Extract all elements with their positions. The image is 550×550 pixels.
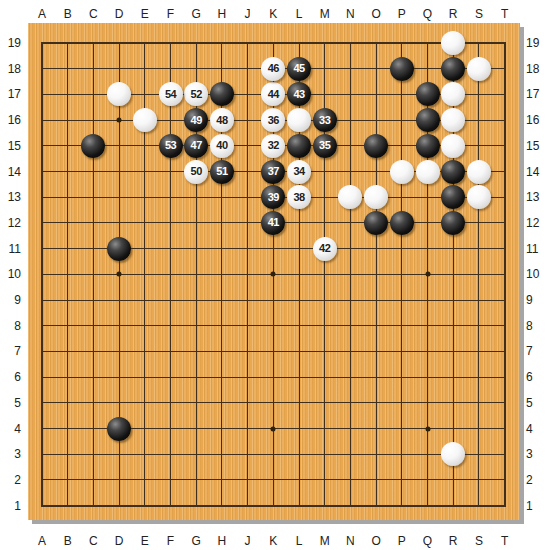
row-label-right-5: 5 <box>526 395 533 411</box>
move-number: 42 <box>319 243 330 254</box>
stone-black-C15[interactable] <box>81 134 105 158</box>
col-label-top-H: H <box>218 7 227 21</box>
move-number: 47 <box>191 140 202 151</box>
move-number: 44 <box>268 89 279 100</box>
row-label-left-1: 1 <box>0 498 21 514</box>
stone-white-H16[interactable]: 48 <box>210 108 234 132</box>
row-label-right-1: 1 <box>526 498 533 514</box>
stone-white-K15[interactable]: 32 <box>261 134 285 158</box>
move-number: 50 <box>191 166 202 177</box>
row-label-right-19: 19 <box>526 35 539 51</box>
stone-black-Q17[interactable] <box>416 82 440 106</box>
stone-black-R18[interactable] <box>441 57 465 81</box>
row-label-left-15: 15 <box>0 138 21 154</box>
star-point-D16 <box>117 118 122 123</box>
stone-white-K18[interactable]: 46 <box>261 57 285 81</box>
stone-white-Q14[interactable] <box>416 160 440 184</box>
row-label-right-14: 14 <box>526 164 539 180</box>
move-number: 38 <box>293 192 304 203</box>
col-label-bottom-C: C <box>89 534 98 548</box>
star-point-K10 <box>271 272 276 277</box>
col-label-bottom-T: T <box>501 534 508 548</box>
row-label-right-11: 11 <box>526 241 538 257</box>
col-label-top-K: K <box>269 7 277 21</box>
stone-white-R17[interactable] <box>441 82 465 106</box>
stone-white-S18[interactable] <box>467 57 491 81</box>
stone-black-P12[interactable] <box>390 211 414 235</box>
row-label-right-4: 4 <box>526 421 533 437</box>
stone-black-G16[interactable]: 49 <box>184 108 208 132</box>
row-label-left-7: 7 <box>0 343 21 359</box>
col-label-top-D: D <box>115 7 124 21</box>
move-number: 53 <box>165 140 176 151</box>
stone-black-D11[interactable] <box>107 237 131 261</box>
stone-black-R14[interactable] <box>441 160 465 184</box>
stone-white-N13[interactable] <box>338 185 362 209</box>
col-label-bottom-Q: Q <box>423 534 432 548</box>
go-diagram: 3233343536373839404142434445464748495051… <box>0 0 550 550</box>
stone-white-F17[interactable]: 54 <box>159 82 183 106</box>
move-number: 51 <box>216 166 227 177</box>
stone-black-K14[interactable]: 37 <box>261 160 285 184</box>
stone-white-D17[interactable] <box>107 82 131 106</box>
col-label-top-A: A <box>38 7 46 21</box>
move-number: 46 <box>268 63 279 74</box>
row-label-left-17: 17 <box>0 86 21 102</box>
move-number: 34 <box>293 166 304 177</box>
grid-line-horizontal <box>41 325 506 326</box>
stone-black-Q15[interactable] <box>416 134 440 158</box>
grid-line-vertical <box>401 42 402 507</box>
col-label-bottom-E: E <box>141 534 149 548</box>
stone-black-K12[interactable]: 41 <box>261 211 285 235</box>
col-label-bottom-N: N <box>346 534 355 548</box>
col-label-top-L: L <box>296 7 303 21</box>
col-label-top-Q: Q <box>423 7 432 21</box>
move-number: 33 <box>319 115 330 126</box>
stone-black-O12[interactable] <box>364 211 388 235</box>
stone-black-M15[interactable]: 35 <box>313 134 337 158</box>
stone-black-H14[interactable]: 51 <box>210 160 234 184</box>
stone-white-L16[interactable] <box>287 108 311 132</box>
grid-line-vertical <box>504 42 506 507</box>
row-label-left-5: 5 <box>0 395 21 411</box>
star-point-D10 <box>117 272 122 277</box>
stone-white-R16[interactable] <box>441 108 465 132</box>
move-number: 54 <box>165 89 176 100</box>
row-label-right-8: 8 <box>526 318 533 334</box>
move-number: 49 <box>191 115 202 126</box>
row-label-left-18: 18 <box>0 61 21 77</box>
grid-line-vertical <box>478 42 479 507</box>
stone-black-K13[interactable]: 39 <box>261 185 285 209</box>
row-label-left-19: 19 <box>0 35 21 51</box>
col-label-bottom-P: P <box>398 534 406 548</box>
row-label-left-16: 16 <box>0 112 21 128</box>
move-number: 43 <box>293 89 304 100</box>
stone-black-M16[interactable]: 33 <box>313 108 337 132</box>
stone-white-S13[interactable] <box>467 185 491 209</box>
row-label-left-14: 14 <box>0 164 21 180</box>
col-label-bottom-D: D <box>115 534 124 548</box>
grid-line-horizontal <box>41 351 506 352</box>
move-number: 45 <box>293 63 304 74</box>
col-label-top-B: B <box>64 7 72 21</box>
row-label-right-17: 17 <box>526 86 539 102</box>
stone-white-E16[interactable] <box>133 108 157 132</box>
stone-black-O15[interactable] <box>364 134 388 158</box>
grid-lines: 3233343536373839404142434445464748495051… <box>42 43 505 506</box>
grid-line-horizontal <box>41 377 506 378</box>
stone-black-R13[interactable] <box>441 185 465 209</box>
row-label-right-3: 3 <box>526 446 533 462</box>
stone-white-S14[interactable] <box>467 160 491 184</box>
stone-black-Q16[interactable] <box>416 108 440 132</box>
row-label-right-6: 6 <box>526 369 533 385</box>
move-number: 40 <box>216 140 227 151</box>
star-point-Q10 <box>425 272 430 277</box>
col-label-bottom-O: O <box>371 534 380 548</box>
col-label-bottom-M: M <box>320 534 330 548</box>
stone-black-P18[interactable] <box>390 57 414 81</box>
grid-line-horizontal <box>41 479 506 480</box>
col-label-top-J: J <box>245 7 251 21</box>
col-label-top-M: M <box>320 7 330 21</box>
grid-line-horizontal <box>41 505 506 507</box>
col-label-bottom-H: H <box>218 534 227 548</box>
stone-white-R3[interactable] <box>441 442 465 466</box>
move-number: 32 <box>268 140 279 151</box>
go-board[interactable]: 3233343536373839404142434445464748495051… <box>28 23 520 520</box>
col-label-top-C: C <box>89 7 98 21</box>
row-label-left-4: 4 <box>0 421 21 437</box>
grid-line-horizontal <box>41 454 506 455</box>
col-label-bottom-S: S <box>475 534 483 548</box>
col-label-top-E: E <box>141 7 149 21</box>
move-number: 41 <box>268 217 279 228</box>
row-label-right-18: 18 <box>526 61 539 77</box>
row-label-right-7: 7 <box>526 343 533 359</box>
stone-black-G15[interactable]: 47 <box>184 134 208 158</box>
row-label-left-8: 8 <box>0 318 21 334</box>
col-label-top-R: R <box>449 7 458 21</box>
stone-black-R12[interactable] <box>441 211 465 235</box>
grid-line-horizontal <box>41 402 506 403</box>
stone-white-K17[interactable]: 44 <box>261 82 285 106</box>
stone-white-G14[interactable]: 50 <box>184 160 208 184</box>
stone-white-R19[interactable] <box>441 31 465 55</box>
stone-black-F15[interactable]: 53 <box>159 134 183 158</box>
col-label-top-T: T <box>501 7 508 21</box>
row-label-left-12: 12 <box>0 215 21 231</box>
col-label-bottom-J: J <box>245 534 251 548</box>
move-number: 39 <box>268 192 279 203</box>
stone-white-M11[interactable]: 42 <box>313 237 337 261</box>
col-label-bottom-G: G <box>192 534 201 548</box>
stone-black-L17[interactable]: 43 <box>287 82 311 106</box>
col-label-bottom-B: B <box>64 534 72 548</box>
col-label-top-S: S <box>475 7 483 21</box>
grid-line-horizontal <box>41 300 506 301</box>
row-label-left-13: 13 <box>0 189 21 205</box>
col-label-top-O: O <box>371 7 380 21</box>
row-label-right-12: 12 <box>526 215 539 231</box>
col-label-bottom-K: K <box>269 534 277 548</box>
stone-white-H15[interactable]: 40 <box>210 134 234 158</box>
move-number: 35 <box>319 140 330 151</box>
col-label-bottom-F: F <box>167 534 174 548</box>
row-label-left-3: 3 <box>0 446 21 462</box>
row-label-right-15: 15 <box>526 138 539 154</box>
stone-white-P14[interactable] <box>390 160 414 184</box>
move-number: 37 <box>268 166 279 177</box>
star-point-Q4 <box>425 426 430 431</box>
stone-white-K16[interactable]: 36 <box>261 108 285 132</box>
row-label-left-11: 11 <box>0 241 21 257</box>
stone-white-R15[interactable] <box>441 134 465 158</box>
stone-black-D4[interactable] <box>107 417 131 441</box>
row-label-left-6: 6 <box>0 369 21 385</box>
col-label-bottom-A: A <box>38 534 46 548</box>
move-number: 48 <box>216 115 227 126</box>
col-label-top-P: P <box>398 7 406 21</box>
move-number: 52 <box>191 89 202 100</box>
grid-line-vertical <box>350 42 351 507</box>
row-label-right-9: 9 <box>526 292 533 308</box>
stone-white-L13[interactable]: 38 <box>287 185 311 209</box>
stone-white-L14[interactable]: 34 <box>287 160 311 184</box>
col-label-top-F: F <box>167 7 174 21</box>
row-label-left-9: 9 <box>0 292 21 308</box>
row-label-left-2: 2 <box>0 472 21 488</box>
row-label-right-10: 10 <box>526 266 539 282</box>
col-label-bottom-L: L <box>296 534 303 548</box>
row-label-right-2: 2 <box>526 472 533 488</box>
col-label-bottom-R: R <box>449 534 458 548</box>
col-label-top-G: G <box>192 7 201 21</box>
star-point-K4 <box>271 426 276 431</box>
row-label-right-16: 16 <box>526 112 539 128</box>
stone-black-L15[interactable] <box>287 134 311 158</box>
stone-black-H17[interactable] <box>210 82 234 106</box>
col-label-top-N: N <box>346 7 355 21</box>
move-number: 36 <box>268 115 279 126</box>
row-label-right-13: 13 <box>526 189 539 205</box>
stone-white-O13[interactable] <box>364 185 388 209</box>
row-label-left-10: 10 <box>0 266 21 282</box>
grid-line-vertical <box>376 42 377 507</box>
stone-white-G17[interactable]: 52 <box>184 82 208 106</box>
stone-black-L18[interactable]: 45 <box>287 57 311 81</box>
